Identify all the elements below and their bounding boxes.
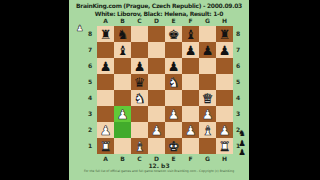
rank-label-8-left: 8 bbox=[85, 26, 95, 42]
video-frame: BrainKing.com (Prague, Czech Republic) -… bbox=[0, 0, 320, 180]
file-label-g-top: G bbox=[199, 17, 216, 25]
square-e6[interactable]: ♟ bbox=[165, 58, 182, 74]
captured-white-pawn-icon: ♟ bbox=[76, 24, 84, 33]
square-e7[interactable] bbox=[165, 42, 182, 58]
black-pawn-piece: ♟ bbox=[134, 59, 146, 72]
square-a2[interactable]: ♟ bbox=[97, 122, 114, 138]
rank-label-8-right: 8 bbox=[233, 26, 243, 42]
footer-fine-print: For the full list of official games and … bbox=[69, 169, 249, 172]
square-b2[interactable] bbox=[114, 122, 131, 138]
square-c8[interactable] bbox=[131, 26, 148, 42]
square-f3[interactable] bbox=[182, 106, 199, 122]
white-rook-piece: ♜ bbox=[100, 139, 112, 152]
black-pawn-piece: ♟ bbox=[100, 59, 112, 72]
captured-black-tray: ♞♟♟ bbox=[236, 129, 248, 158]
square-d6[interactable] bbox=[148, 58, 165, 74]
black-knight-piece: ♞ bbox=[117, 27, 129, 40]
white-queen-piece: ♛ bbox=[202, 91, 214, 104]
square-c7[interactable] bbox=[131, 42, 148, 58]
square-c4[interactable]: ♞ bbox=[131, 90, 148, 106]
square-h1[interactable]: ♜ bbox=[216, 138, 233, 154]
square-b3[interactable]: ♟ bbox=[114, 106, 131, 122]
black-bishop-piece: ♝ bbox=[185, 27, 197, 40]
square-d8[interactable] bbox=[148, 26, 165, 42]
square-g6[interactable] bbox=[199, 58, 216, 74]
square-f8[interactable]: ♝ bbox=[182, 26, 199, 42]
rank-label-2-left: 2 bbox=[85, 122, 95, 138]
square-c3[interactable] bbox=[131, 106, 148, 122]
square-h5[interactable] bbox=[216, 74, 233, 90]
square-g5[interactable] bbox=[199, 74, 216, 90]
file-label-f-top: F bbox=[182, 17, 199, 25]
white-knight-piece: ♞ bbox=[134, 91, 146, 104]
rank-labels-left: 87654321 bbox=[85, 26, 95, 154]
file-label-e-top: E bbox=[165, 17, 182, 25]
square-e3[interactable]: ♟ bbox=[165, 106, 182, 122]
black-pawn-piece: ♟ bbox=[202, 43, 214, 56]
rank-label-6-left: 6 bbox=[85, 58, 95, 74]
square-d7[interactable] bbox=[148, 42, 165, 58]
square-b7[interactable]: ♝ bbox=[114, 42, 131, 58]
square-b4[interactable] bbox=[114, 90, 131, 106]
rank-label-6-right: 6 bbox=[233, 58, 243, 74]
rank-label-4-right: 4 bbox=[233, 90, 243, 106]
square-g2[interactable]: ♝ bbox=[199, 122, 216, 138]
square-g3[interactable]: ♟ bbox=[199, 106, 216, 122]
square-c2[interactable] bbox=[131, 122, 148, 138]
white-pawn-piece: ♟ bbox=[219, 123, 231, 136]
square-a1[interactable]: ♜ bbox=[97, 138, 114, 154]
square-h2[interactable]: ♟ bbox=[216, 122, 233, 138]
rank-label-1-left: 1 bbox=[85, 138, 95, 154]
captured-white-tray: ♟ bbox=[76, 24, 84, 33]
square-f4[interactable] bbox=[182, 90, 199, 106]
square-g1[interactable] bbox=[199, 138, 216, 154]
square-d2[interactable]: ♟ bbox=[148, 122, 165, 138]
square-a8[interactable]: ♜ bbox=[97, 26, 114, 42]
black-rook-piece: ♜ bbox=[100, 27, 112, 40]
players-result-line: White: Liborov, Black: Helena, Result: 1… bbox=[69, 10, 249, 17]
square-g7[interactable]: ♟ bbox=[199, 42, 216, 58]
black-pawn-piece: ♟ bbox=[168, 59, 180, 72]
rank-label-5-left: 5 bbox=[85, 74, 95, 90]
black-queen-piece: ♛ bbox=[134, 75, 146, 88]
white-rook-piece: ♜ bbox=[219, 139, 231, 152]
board: ♜♞♚♝♜♝♟♟♟♟♟♟♛♞♞♛♟♟♟♟♟♟♝♟♜♝♚♜ bbox=[97, 26, 233, 154]
square-e8[interactable]: ♚ bbox=[165, 26, 182, 42]
black-pawn-piece: ♟ bbox=[219, 43, 231, 56]
square-e5[interactable]: ♞ bbox=[165, 74, 182, 90]
rank-label-3-right: 3 bbox=[233, 106, 243, 122]
square-g4[interactable]: ♛ bbox=[199, 90, 216, 106]
square-h7[interactable]: ♟ bbox=[216, 42, 233, 58]
white-pawn-piece: ♟ bbox=[202, 107, 214, 120]
square-h3[interactable] bbox=[216, 106, 233, 122]
square-h4[interactable] bbox=[216, 90, 233, 106]
square-d4[interactable] bbox=[148, 90, 165, 106]
square-a3[interactable] bbox=[97, 106, 114, 122]
square-d1[interactable] bbox=[148, 138, 165, 154]
white-king-piece: ♚ bbox=[168, 139, 180, 152]
square-f7[interactable]: ♟ bbox=[182, 42, 199, 58]
square-e4[interactable] bbox=[165, 90, 182, 106]
black-king-piece: ♚ bbox=[168, 27, 180, 40]
file-label-c-top: C bbox=[131, 17, 148, 25]
square-a4[interactable] bbox=[97, 90, 114, 106]
square-b6[interactable] bbox=[114, 58, 131, 74]
file-label-d-top: D bbox=[148, 17, 165, 25]
black-rook-piece: ♜ bbox=[219, 27, 231, 40]
letterbox-left bbox=[0, 0, 69, 180]
white-pawn-piece: ♟ bbox=[117, 107, 129, 120]
square-h6[interactable] bbox=[216, 58, 233, 74]
black-pawn-piece: ♟ bbox=[185, 43, 197, 56]
letterbox-right bbox=[249, 0, 320, 180]
square-a7[interactable] bbox=[97, 42, 114, 58]
square-f2[interactable]: ♟ bbox=[182, 122, 199, 138]
rank-label-5-right: 5 bbox=[233, 74, 243, 90]
captured-black-pawn-icon: ♟ bbox=[236, 148, 248, 158]
white-bishop-piece: ♝ bbox=[202, 123, 214, 136]
square-c5[interactable]: ♛ bbox=[131, 74, 148, 90]
black-bishop-piece: ♝ bbox=[117, 43, 129, 56]
square-c1[interactable]: ♝ bbox=[131, 138, 148, 154]
rank-label-3-left: 3 bbox=[85, 106, 95, 122]
square-d3[interactable] bbox=[148, 106, 165, 122]
square-c6[interactable]: ♟ bbox=[131, 58, 148, 74]
square-b5[interactable] bbox=[114, 74, 131, 90]
square-f6[interactable] bbox=[182, 58, 199, 74]
square-a5[interactable] bbox=[97, 74, 114, 90]
white-pawn-piece: ♟ bbox=[151, 123, 163, 136]
square-f1[interactable] bbox=[182, 138, 199, 154]
file-label-h-top: H bbox=[216, 17, 233, 25]
white-pawn-piece: ♟ bbox=[185, 123, 197, 136]
square-h8[interactable]: ♜ bbox=[216, 26, 233, 42]
white-pawn-piece: ♟ bbox=[100, 123, 112, 136]
file-label-b-top: B bbox=[114, 17, 131, 25]
file-label-a-top: A bbox=[97, 17, 114, 25]
square-e2[interactable] bbox=[165, 122, 182, 138]
white-pawn-piece: ♟ bbox=[168, 107, 180, 120]
square-a6[interactable]: ♟ bbox=[97, 58, 114, 74]
file-labels-top: ABCDEFGH bbox=[97, 17, 233, 25]
square-b8[interactable]: ♞ bbox=[114, 26, 131, 42]
square-b1[interactable] bbox=[114, 138, 131, 154]
square-e1[interactable]: ♚ bbox=[165, 138, 182, 154]
white-knight-piece: ♞ bbox=[168, 75, 180, 88]
square-f5[interactable] bbox=[182, 74, 199, 90]
white-bishop-piece: ♝ bbox=[134, 139, 146, 152]
chess-diagram-panel: BrainKing.com (Prague, Czech Republic) -… bbox=[69, 0, 249, 180]
square-d5[interactable] bbox=[148, 74, 165, 90]
rank-label-4-left: 4 bbox=[85, 90, 95, 106]
rank-label-7-right: 7 bbox=[233, 42, 243, 58]
game-header: BrainKing.com (Prague, Czech Republic) -… bbox=[69, 2, 249, 9]
rank-label-7-left: 7 bbox=[85, 42, 95, 58]
square-g8[interactable] bbox=[199, 26, 216, 42]
